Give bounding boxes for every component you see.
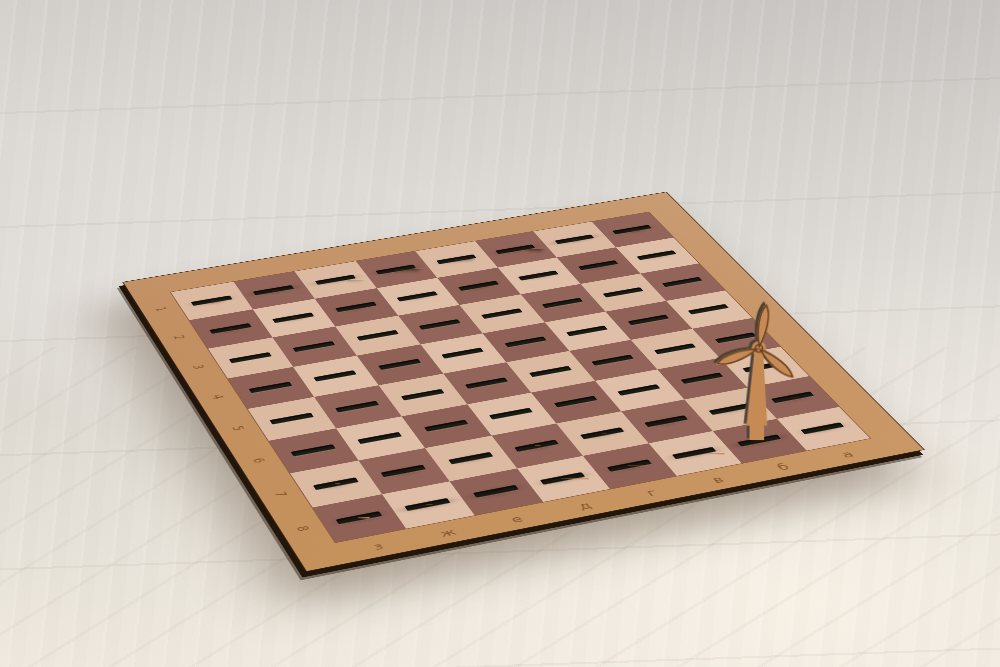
file-label-h: з (370, 540, 386, 552)
rank-label-6: 6 (250, 457, 269, 464)
rank-label-3: 3 (189, 363, 207, 370)
piece-slot (662, 277, 702, 287)
piece-slot (419, 319, 461, 330)
file-label-c: в (709, 474, 726, 485)
rank-label-7: 7 (271, 490, 290, 498)
square-h4[interactable] (228, 367, 314, 409)
piece-slot (249, 382, 292, 393)
file-label-a: а (838, 449, 856, 460)
file-label-e: д (575, 500, 594, 512)
piece-slot (356, 330, 398, 341)
piece-slot (542, 298, 583, 308)
piece-slot (229, 352, 272, 363)
file-label-g: ж (437, 526, 459, 539)
photo-scene: зжедгвба12345678 (0, 0, 1000, 667)
piece-slot (293, 341, 335, 352)
perspective-scene: зжедгвба12345678 (0, 0, 1000, 667)
board-3d-wrapper: зжедгвба12345678 (122, 192, 925, 572)
piece-slot (481, 308, 522, 318)
rank-label-4: 4 (209, 394, 227, 401)
rank-label-5: 5 (229, 425, 248, 432)
file-label-b: б (774, 461, 792, 472)
file-label-f: е (508, 513, 525, 525)
file-label-d: г (643, 487, 659, 498)
piece-slot (269, 413, 313, 425)
rank-label-8: 8 (293, 525, 313, 533)
